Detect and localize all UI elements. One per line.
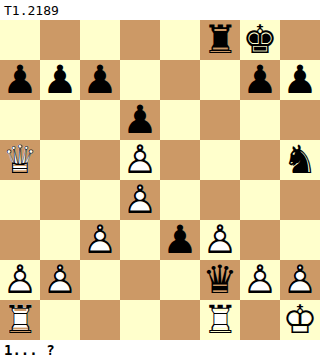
black-pawn-icon: ♟ (160, 220, 200, 260)
square-g4[interactable] (240, 180, 280, 220)
square-f5[interactable] (200, 140, 240, 180)
square-a4[interactable] (0, 180, 40, 220)
white-rook-icon: ♖ (0, 300, 40, 340)
square-e6[interactable] (160, 100, 200, 140)
square-c8[interactable] (80, 20, 120, 60)
black-king-icon: ♚ (240, 20, 280, 60)
square-c5[interactable] (80, 140, 120, 180)
square-g3[interactable] (240, 220, 280, 260)
white-pawn-icon: ♙ (40, 260, 80, 300)
square-c4[interactable] (80, 180, 120, 220)
square-e2[interactable] (160, 260, 200, 300)
square-d8[interactable] (120, 20, 160, 60)
square-c3[interactable]: ♟♙ (80, 220, 120, 260)
square-e4[interactable] (160, 180, 200, 220)
square-f8[interactable]: ♜ (200, 20, 240, 60)
move-prompt-bar: 1... ? (0, 340, 320, 360)
white-pawn-icon: ♙ (120, 140, 160, 180)
square-g8[interactable]: ♚ (240, 20, 280, 60)
square-g6[interactable] (240, 100, 280, 140)
square-g5[interactable] (240, 140, 280, 180)
square-e1[interactable] (160, 300, 200, 340)
white-pawn-icon: ♙ (240, 260, 280, 300)
square-d5[interactable]: ♟♙ (120, 140, 160, 180)
square-b3[interactable] (40, 220, 80, 260)
square-a6[interactable] (0, 100, 40, 140)
square-f7[interactable] (200, 60, 240, 100)
white-pawn-icon: ♙ (0, 260, 40, 300)
square-e3[interactable]: ♟ (160, 220, 200, 260)
square-d3[interactable] (120, 220, 160, 260)
black-pawn-icon: ♟ (280, 60, 320, 100)
white-pawn-icon: ♙ (280, 260, 320, 300)
square-h2[interactable]: ♟♙ (280, 260, 320, 300)
square-c1[interactable] (80, 300, 120, 340)
square-h1[interactable]: ♚♔ (280, 300, 320, 340)
black-pawn-icon: ♟ (120, 100, 160, 140)
square-g2[interactable]: ♟♙ (240, 260, 280, 300)
black-pawn-icon: ♟ (80, 60, 120, 100)
square-e8[interactable] (160, 20, 200, 60)
black-knight-icon: ♞ (280, 140, 320, 180)
square-d2[interactable] (120, 260, 160, 300)
square-b1[interactable] (40, 300, 80, 340)
square-b5[interactable] (40, 140, 80, 180)
square-d7[interactable] (120, 60, 160, 100)
task-number-label: T1.2189 (4, 3, 59, 18)
black-pawn-icon: ♟ (240, 60, 280, 100)
square-b7[interactable]: ♟ (40, 60, 80, 100)
square-b4[interactable] (40, 180, 80, 220)
square-d4[interactable]: ♟♙ (120, 180, 160, 220)
white-pawn-icon: ♙ (200, 220, 240, 260)
square-h4[interactable] (280, 180, 320, 220)
black-rook-icon: ♜ (200, 20, 240, 60)
square-e7[interactable] (160, 60, 200, 100)
square-d6[interactable]: ♟ (120, 100, 160, 140)
square-h6[interactable] (280, 100, 320, 140)
square-f2[interactable]: ♛ (200, 260, 240, 300)
white-queen-icon: ♕ (0, 140, 40, 180)
square-g1[interactable] (240, 300, 280, 340)
square-c2[interactable] (80, 260, 120, 300)
white-pawn-icon: ♙ (120, 180, 160, 220)
square-f3[interactable]: ♟♙ (200, 220, 240, 260)
black-queen-icon: ♛ (200, 260, 240, 300)
square-a7[interactable]: ♟ (0, 60, 40, 100)
square-c6[interactable] (80, 100, 120, 140)
move-prompt-label: 1... ? (4, 342, 55, 358)
square-a3[interactable] (0, 220, 40, 260)
white-rook-icon: ♖ (200, 300, 240, 340)
square-b6[interactable] (40, 100, 80, 140)
white-king-icon: ♔ (280, 300, 320, 340)
square-f1[interactable]: ♜♖ (200, 300, 240, 340)
square-h5[interactable]: ♞ (280, 140, 320, 180)
square-a8[interactable] (0, 20, 40, 60)
square-a2[interactable]: ♟♙ (0, 260, 40, 300)
square-g7[interactable]: ♟ (240, 60, 280, 100)
square-a1[interactable]: ♜♖ (0, 300, 40, 340)
square-d1[interactable] (120, 300, 160, 340)
square-h3[interactable] (280, 220, 320, 260)
square-c7[interactable]: ♟ (80, 60, 120, 100)
white-pawn-icon: ♙ (80, 220, 120, 260)
square-h7[interactable]: ♟ (280, 60, 320, 100)
square-h8[interactable] (280, 20, 320, 60)
square-e5[interactable] (160, 140, 200, 180)
chess-board: ♜♚♟♟♟♟♟♟♛♕♟♙♞♟♙♟♙♟♟♙♟♙♟♙♛♟♙♟♙♜♖♜♖♚♔ (0, 20, 320, 340)
square-b8[interactable] (40, 20, 80, 60)
black-pawn-icon: ♟ (40, 60, 80, 100)
square-b2[interactable]: ♟♙ (40, 260, 80, 300)
square-a5[interactable]: ♛♕ (0, 140, 40, 180)
square-f6[interactable] (200, 100, 240, 140)
black-pawn-icon: ♟ (0, 60, 40, 100)
square-f4[interactable] (200, 180, 240, 220)
